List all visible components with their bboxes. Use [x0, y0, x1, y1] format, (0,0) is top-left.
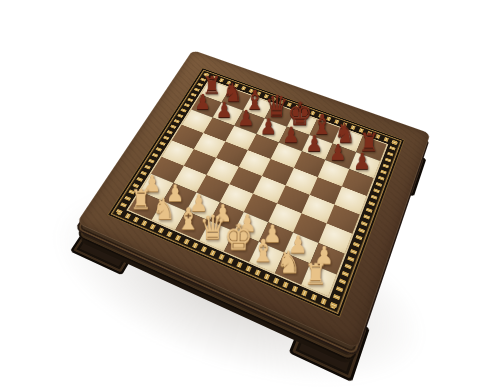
mosaic-border: ♜♞♝♛♚♝♞♜♟♟♟♟♟♟♟♟♟♟♟♟♟♟♟♟♜♞♝♛♚♝♞♜ — [111, 70, 402, 314]
black-pawn-h7[interactable]: ♟ — [349, 150, 374, 172]
squares-grid: ♜♞♝♛♚♝♞♜♟♟♟♟♟♟♟♟♟♟♟♟♟♟♟♟♜♞♝♛♚♝♞♜ — [128, 81, 386, 297]
black-pawn-e7[interactable]: ♟ — [279, 124, 304, 146]
scene: ♜♞♝♛♚♝♞♜♟♟♟♟♟♟♟♟♟♟♟♟♟♟♟♟♜♞♝♛♚♝♞♜ — [0, 0, 500, 389]
square-h6[interactable] — [342, 169, 374, 196]
black-pawn-d7[interactable]: ♟ — [256, 116, 280, 138]
white-queen-d1[interactable]: ♛ — [199, 211, 226, 244]
square-h1[interactable]: ♜ — [301, 263, 336, 296]
black-pawn-f7[interactable]: ♟ — [302, 133, 327, 155]
white-king-e1[interactable]: ♚ — [224, 220, 252, 256]
black-pawn-c7[interactable]: ♟ — [234, 107, 258, 128]
photo-background: ♜♞♝♛♚♝♞♜♟♟♟♟♟♟♟♟♟♟♟♟♟♟♟♟♜♞♝♛♚♝♞♜ — [0, 0, 500, 389]
white-knight-g1[interactable]: ♞ — [275, 247, 303, 277]
white-rook-a1[interactable]: ♜ — [128, 187, 154, 214]
black-pawn-b7[interactable]: ♟ — [212, 99, 236, 120]
white-bishop-f1[interactable]: ♝ — [249, 235, 277, 266]
white-knight-b1[interactable]: ♞ — [151, 195, 177, 224]
white-rook-h1[interactable]: ♜ — [301, 260, 330, 289]
chessboard: ♜♞♝♛♚♝♞♜♟♟♟♟♟♟♟♟♟♟♟♟♟♟♟♟♜♞♝♛♚♝♞♜ — [76, 50, 430, 349]
white-bishop-c1[interactable]: ♝ — [175, 204, 202, 234]
square-h5[interactable] — [334, 186, 366, 214]
black-pawn-a7[interactable]: ♟ — [191, 92, 214, 113]
black-pawn-g7[interactable]: ♟ — [325, 141, 350, 163]
